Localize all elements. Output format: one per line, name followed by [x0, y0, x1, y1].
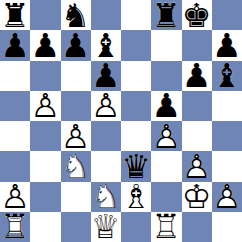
- piece-black-knight-c8[interactable]: ♘♞: [61, 0, 91, 30]
- piece-white-pawn-f4[interactable]: ♟♙: [151, 121, 181, 151]
- piece-glyph-outline: ♙: [182, 151, 212, 181]
- piece-glyph-outline: ♟: [0, 30, 30, 60]
- piece-black-pawn-h7[interactable]: ♙♟: [212, 30, 242, 60]
- square-c8[interactable]: ♘♞: [61, 0, 91, 30]
- square-e2[interactable]: ♝♗: [121, 182, 151, 212]
- piece-glyph-fill: ♚: [182, 182, 212, 212]
- piece-glyph-outline: ♙: [91, 91, 121, 121]
- piece-white-rook-a1[interactable]: ♜♖: [0, 212, 30, 242]
- piece-glyph-outline: ♛: [121, 151, 151, 181]
- piece-glyph-fill: ♟: [30, 91, 60, 121]
- piece-glyph-fill: ♗: [212, 61, 242, 91]
- piece-glyph-outline: ♟: [61, 30, 91, 60]
- square-a3[interactable]: [0, 151, 30, 181]
- piece-glyph-fill: ♟: [91, 91, 121, 121]
- square-g3[interactable]: ♟♙: [182, 151, 212, 181]
- piece-glyph-fill: ♗: [91, 30, 121, 60]
- square-h4[interactable]: [212, 121, 242, 151]
- square-h8[interactable]: [212, 0, 242, 30]
- piece-glyph-fill: ♙: [61, 30, 91, 60]
- square-h2[interactable]: ♟♙: [212, 182, 242, 212]
- square-e5[interactable]: [121, 91, 151, 121]
- square-d2[interactable]: ♞♘: [91, 182, 121, 212]
- piece-glyph-outline: ♟: [212, 30, 242, 60]
- square-a4[interactable]: [0, 121, 30, 151]
- square-d8[interactable]: [91, 0, 121, 30]
- square-f3[interactable]: [151, 151, 181, 181]
- piece-glyph-fill: ♕: [121, 151, 151, 181]
- piece-white-pawn-g3[interactable]: ♟♙: [182, 151, 212, 181]
- square-h5[interactable]: [212, 91, 242, 121]
- piece-glyph-outline: ♕: [91, 212, 121, 242]
- square-d5[interactable]: ♟♙: [91, 91, 121, 121]
- piece-glyph-fill: ♙: [151, 91, 181, 121]
- piece-black-queen-e3[interactable]: ♕♛: [121, 151, 151, 181]
- piece-glyph-outline: ♜: [151, 0, 181, 30]
- piece-glyph-outline: ♙: [212, 182, 242, 212]
- square-a7[interactable]: ♙♟: [0, 30, 30, 60]
- piece-glyph-fill: ♖: [0, 0, 30, 30]
- piece-glyph-fill: ♙: [182, 61, 212, 91]
- piece-glyph-outline: ♝: [212, 61, 242, 91]
- square-d4[interactable]: [91, 121, 121, 151]
- piece-black-rook-f8[interactable]: ♖♜: [151, 0, 181, 30]
- square-g5[interactable]: [182, 91, 212, 121]
- square-f6[interactable]: [151, 61, 181, 91]
- square-b3[interactable]: [30, 151, 60, 181]
- square-e3[interactable]: ♕♛: [121, 151, 151, 181]
- piece-glyph-fill: ♔: [182, 0, 212, 30]
- piece-glyph-fill: ♞: [61, 151, 91, 181]
- piece-white-pawn-c4[interactable]: ♟♙: [61, 121, 91, 151]
- square-b5[interactable]: ♟♙: [30, 91, 60, 121]
- square-e4[interactable]: [121, 121, 151, 151]
- square-g2[interactable]: ♚♔: [182, 182, 212, 212]
- piece-glyph-fill: ♙: [30, 30, 60, 60]
- piece-glyph-outline: ♔: [182, 182, 212, 212]
- square-h1[interactable]: [212, 212, 242, 242]
- piece-glyph-fill: ♟: [0, 182, 30, 212]
- piece-glyph-fill: ♟: [61, 121, 91, 151]
- piece-white-rook-f1[interactable]: ♜♖: [151, 212, 181, 242]
- piece-glyph-outline: ♖: [151, 212, 181, 242]
- square-c2[interactable]: [61, 182, 91, 212]
- piece-glyph-outline: ♞: [61, 0, 91, 30]
- square-e6[interactable]: [121, 61, 151, 91]
- piece-black-bishop-d7[interactable]: ♗♝: [91, 30, 121, 60]
- piece-glyph-outline: ♙: [30, 91, 60, 121]
- square-e7[interactable]: [121, 30, 151, 60]
- square-b7[interactable]: ♙♟: [30, 30, 60, 60]
- piece-glyph-outline: ♙: [61, 121, 91, 151]
- piece-glyph-fill: ♟: [212, 182, 242, 212]
- piece-glyph-outline: ♘: [61, 151, 91, 181]
- square-c7[interactable]: ♙♟: [61, 30, 91, 60]
- piece-glyph-outline: ♟: [151, 91, 181, 121]
- square-g7[interactable]: [182, 30, 212, 60]
- square-b4[interactable]: [30, 121, 60, 151]
- square-h6[interactable]: ♗♝: [212, 61, 242, 91]
- piece-glyph-outline: ♜: [0, 0, 30, 30]
- piece-black-king-g8[interactable]: ♔♚: [182, 0, 212, 30]
- piece-white-bishop-e2[interactable]: ♝♗: [121, 182, 151, 212]
- square-e8[interactable]: [121, 0, 151, 30]
- piece-black-pawn-g6[interactable]: ♙♟: [182, 61, 212, 91]
- piece-glyph-fill: ♟: [182, 151, 212, 181]
- square-g1[interactable]: [182, 212, 212, 242]
- square-g6[interactable]: ♙♟: [182, 61, 212, 91]
- piece-white-queen-d1[interactable]: ♛♕: [91, 212, 121, 242]
- piece-white-knight-d2[interactable]: ♞♘: [91, 182, 121, 212]
- square-c4[interactable]: ♟♙: [61, 121, 91, 151]
- square-b2[interactable]: [30, 182, 60, 212]
- piece-white-pawn-h2[interactable]: ♟♙: [212, 182, 242, 212]
- piece-black-pawn-d6[interactable]: ♙♟: [91, 61, 121, 91]
- piece-glyph-fill: ♙: [0, 30, 30, 60]
- square-f2[interactable]: [151, 182, 181, 212]
- piece-glyph-outline: ♚: [182, 0, 212, 30]
- square-a2[interactable]: ♟♙: [0, 182, 30, 212]
- square-h3[interactable]: [212, 151, 242, 181]
- piece-white-knight-c3[interactable]: ♞♘: [61, 151, 91, 181]
- square-f4[interactable]: ♟♙: [151, 121, 181, 151]
- square-f7[interactable]: [151, 30, 181, 60]
- piece-glyph-fill: ♜: [151, 212, 181, 242]
- square-c1[interactable]: [61, 212, 91, 242]
- square-h7[interactable]: ♙♟: [212, 30, 242, 60]
- piece-black-pawn-c7[interactable]: ♙♟: [61, 30, 91, 60]
- piece-black-pawn-f5[interactable]: ♙♟: [151, 91, 181, 121]
- piece-glyph-fill: ♖: [151, 0, 181, 30]
- square-a5[interactable]: [0, 91, 30, 121]
- square-c3[interactable]: ♞♘: [61, 151, 91, 181]
- piece-glyph-outline: ♘: [91, 182, 121, 212]
- piece-glyph-fill: ♙: [212, 30, 242, 60]
- piece-glyph-fill: ♙: [91, 61, 121, 91]
- square-g8[interactable]: ♔♚: [182, 0, 212, 30]
- piece-glyph-outline: ♙: [151, 121, 181, 151]
- piece-glyph-outline: ♗: [121, 182, 151, 212]
- square-f1[interactable]: ♜♖: [151, 212, 181, 242]
- piece-glyph-outline: ♖: [0, 212, 30, 242]
- piece-black-rook-a8[interactable]: ♖♜: [0, 0, 30, 30]
- piece-white-pawn-a2[interactable]: ♟♙: [0, 182, 30, 212]
- piece-glyph-fill: ♜: [0, 212, 30, 242]
- piece-glyph-fill: ♘: [61, 0, 91, 30]
- square-f8[interactable]: ♖♜: [151, 0, 181, 30]
- square-b1[interactable]: [30, 212, 60, 242]
- square-d3[interactable]: [91, 151, 121, 181]
- square-d7[interactable]: ♗♝: [91, 30, 121, 60]
- square-c5[interactable]: [61, 91, 91, 121]
- piece-glyph-outline: ♝: [91, 30, 121, 60]
- piece-glyph-fill: ♟: [151, 121, 181, 151]
- piece-black-pawn-a7[interactable]: ♙♟: [0, 30, 30, 60]
- square-a8[interactable]: ♖♜: [0, 0, 30, 30]
- piece-glyph-outline: ♟: [30, 30, 60, 60]
- piece-glyph-fill: ♞: [91, 182, 121, 212]
- piece-glyph-outline: ♙: [0, 182, 30, 212]
- square-d1[interactable]: ♛♕: [91, 212, 121, 242]
- piece-glyph-fill: ♛: [91, 212, 121, 242]
- piece-black-bishop-h6[interactable]: ♗♝: [212, 61, 242, 91]
- square-a1[interactable]: ♜♖: [0, 212, 30, 242]
- piece-glyph-fill: ♝: [121, 182, 151, 212]
- square-f5[interactable]: ♙♟: [151, 91, 181, 121]
- piece-glyph-outline: ♟: [91, 61, 121, 91]
- square-b6[interactable]: [30, 61, 60, 91]
- square-a6[interactable]: [0, 61, 30, 91]
- piece-white-pawn-d5[interactable]: ♟♙: [91, 91, 121, 121]
- piece-white-pawn-b5[interactable]: ♟♙: [30, 91, 60, 121]
- square-e1[interactable]: [121, 212, 151, 242]
- piece-black-pawn-b7[interactable]: ♙♟: [30, 30, 60, 60]
- piece-glyph-outline: ♟: [182, 61, 212, 91]
- square-c6[interactable]: [61, 61, 91, 91]
- square-d6[interactable]: ♙♟: [91, 61, 121, 91]
- square-g4[interactable]: [182, 121, 212, 151]
- square-b8[interactable]: [30, 0, 60, 30]
- piece-white-king-g2[interactable]: ♚♔: [182, 182, 212, 212]
- chess-board: ♖♜♘♞♖♜♔♚♙♟♙♟♙♟♗♝♙♟♙♟♙♟♗♝♟♙♟♙♙♟♟♙♟♙♞♘♕♛♟♙…: [0, 0, 242, 242]
